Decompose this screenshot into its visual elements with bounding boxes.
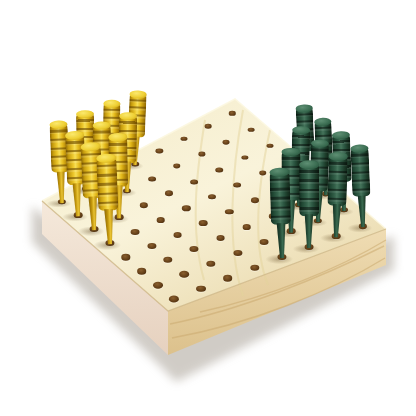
board-scene: Halma-style two-player travel peg board …	[0, 0, 416, 416]
hole-r4c7[interactable]	[260, 239, 269, 245]
hole-r7c7[interactable]	[180, 271, 190, 278]
peg-shaft	[275, 223, 287, 259]
peg-top-cap	[129, 90, 146, 98]
hole-r6c5[interactable]	[173, 232, 182, 238]
peg-ribbed-body	[96, 157, 118, 211]
peg-yellow-r8c4[interactable]	[96, 155, 120, 245]
hole-r5c5[interactable]	[199, 220, 208, 226]
hole-r6c3[interactable]	[140, 203, 148, 209]
peg-ribbed-body	[351, 148, 371, 198]
hole-r8c8[interactable]	[169, 295, 179, 302]
hole-r4c6[interactable]	[243, 224, 252, 230]
peg-green-r2c8[interactable]	[326, 153, 347, 238]
peg-green-r4c8[interactable]	[269, 169, 292, 259]
hole-r7c8[interactable]	[196, 285, 206, 292]
hole-r5c4[interactable]	[182, 206, 190, 212]
peg-green-r3c8[interactable]	[299, 161, 319, 248]
peg-shaft	[71, 184, 83, 218]
hole-r1c2[interactable]	[248, 127, 255, 132]
hole-r4c5[interactable]	[225, 209, 233, 215]
hole-r8c7[interactable]	[153, 282, 163, 289]
hole-r2c3[interactable]	[241, 155, 248, 160]
hole-r2c1[interactable]	[205, 124, 212, 129]
hole-r3c2[interactable]	[198, 152, 205, 157]
hole-r3c3[interactable]	[216, 167, 224, 172]
peg-top-cap	[299, 160, 319, 169]
peg-shaft	[304, 214, 315, 248]
peg-ribbed-body	[327, 156, 347, 207]
hole-r4c1[interactable]	[156, 149, 163, 154]
peg-shaft	[331, 205, 342, 238]
peg-shaft	[56, 171, 67, 204]
hole-r2c2[interactable]	[223, 139, 230, 144]
hole-r3c1[interactable]	[180, 136, 187, 141]
hole-r5c6[interactable]	[216, 235, 225, 241]
hole-r6c4[interactable]	[157, 217, 166, 223]
peg-ribbed-body	[269, 171, 291, 225]
peg-shaft	[103, 209, 115, 245]
hole-r1c3[interactable]	[266, 143, 273, 148]
hole-r8c6[interactable]	[137, 268, 147, 275]
peg-green-r1c8[interactable]	[350, 145, 372, 227]
peg-top-cap	[282, 148, 301, 156]
hole-r7c4[interactable]	[131, 229, 140, 235]
hole-r6c8[interactable]	[223, 275, 233, 282]
hole-r4c2[interactable]	[173, 164, 181, 169]
hole-r2c4[interactable]	[259, 171, 267, 176]
peg-top-cap	[296, 104, 313, 112]
peg-shaft	[357, 195, 368, 228]
peg-ribbed-body	[299, 164, 319, 216]
